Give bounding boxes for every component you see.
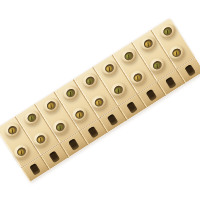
screw-recess [103, 63, 115, 75]
screw-head [8, 127, 16, 134]
screw-head [67, 90, 75, 97]
screw-head [86, 77, 94, 84]
terminal-strip [0, 18, 200, 182]
screw-head [95, 99, 103, 106]
screw-head [134, 74, 142, 81]
screw-head [125, 52, 133, 59]
screw-head [28, 114, 36, 121]
wire-entry-hole [68, 138, 79, 150]
screw-recess [26, 112, 38, 124]
screw-recess [123, 50, 135, 62]
screw-recess [45, 100, 57, 112]
screw-head [114, 86, 122, 93]
screw-terminal-boss-front [11, 142, 32, 162]
wire-entry-hole [49, 151, 60, 163]
screw-recess [65, 87, 77, 99]
screw-head [144, 40, 152, 47]
screw-recess [54, 121, 66, 133]
screw-recess [151, 60, 163, 72]
screw-head [164, 28, 172, 35]
screw-recess [84, 75, 96, 87]
screw-recess [74, 109, 86, 121]
screw-recess [93, 97, 105, 109]
wire-entry-hole [107, 114, 118, 126]
screw-terminal-boss-back [157, 21, 178, 41]
screw-recess [112, 84, 124, 96]
screw-head [47, 102, 55, 109]
wire-entry-hole [146, 89, 157, 101]
screw-recess [162, 26, 174, 38]
screw-head [173, 49, 181, 56]
screw-head [17, 148, 25, 155]
wire-entry-hole [185, 64, 196, 76]
screw-recess [6, 125, 18, 137]
screw-head [105, 65, 113, 72]
screw-head [56, 123, 64, 130]
screw-recess [171, 47, 183, 59]
screw-head [76, 111, 84, 118]
screw-head [153, 62, 161, 69]
screw-recess [35, 134, 47, 146]
wire-entry-hole [29, 163, 40, 175]
wire-entry-hole [88, 126, 99, 138]
wire-entry-hole [126, 101, 137, 113]
wire-entry-hole [165, 77, 176, 89]
screw-recess [142, 38, 154, 50]
screw-recess [132, 72, 144, 84]
photo-background [0, 0, 200, 200]
screw-recess [15, 146, 27, 158]
screw-head [37, 136, 45, 143]
